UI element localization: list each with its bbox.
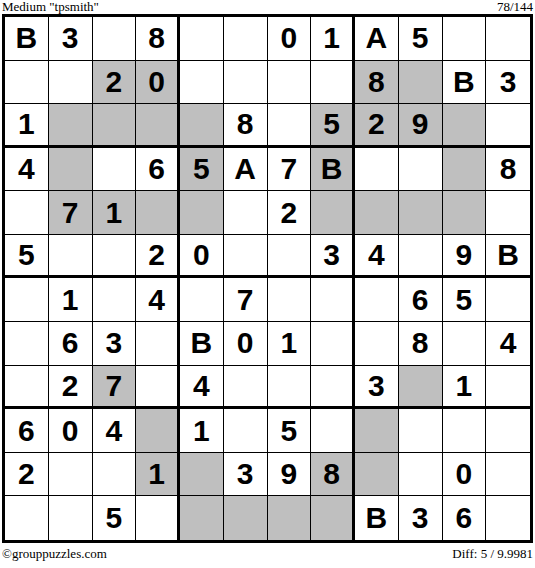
cell-r1c4: 8: [136, 17, 180, 61]
cell-r1c5[interactable]: [180, 17, 224, 61]
cell-r11c3[interactable]: [93, 453, 137, 497]
cell-r2c7[interactable]: [268, 61, 312, 105]
cell-r2c3: 2: [93, 61, 137, 105]
cell-r2c6[interactable]: [224, 61, 268, 105]
cell-r1c3[interactable]: [93, 17, 137, 61]
cell-r1c10: 5: [399, 17, 443, 61]
cell-r5c7: 2: [268, 191, 312, 235]
cell-r6c2[interactable]: [49, 235, 93, 279]
cell-r9c4[interactable]: [136, 366, 180, 410]
cell-r3c4[interactable]: [136, 104, 180, 148]
cell-r4c12: 8: [486, 148, 530, 192]
cell-r3c3[interactable]: [93, 104, 137, 148]
cell-r10c4[interactable]: [136, 409, 180, 453]
difficulty-text: Diff: 5 / 9.9981: [452, 546, 533, 561]
cell-r11c4: 1: [136, 453, 180, 497]
cell-r10c6[interactable]: [224, 409, 268, 453]
cell-r9c5: 4: [180, 366, 224, 410]
page-footer: ©grouppuzzles.com Diff: 5 / 9.9981: [2, 546, 533, 564]
cell-r5c10[interactable]: [399, 191, 443, 235]
cell-r4c6: A: [224, 148, 268, 192]
cell-r3c9: 2: [355, 104, 399, 148]
cell-r1c9: A: [355, 17, 399, 61]
cell-r5c12[interactable]: [486, 191, 530, 235]
cell-r7c3[interactable]: [93, 278, 137, 322]
cell-r4c10[interactable]: [399, 148, 443, 192]
copyright-text: ©grouppuzzles.com: [2, 546, 107, 561]
cell-r1c7: 0: [268, 17, 312, 61]
cell-r10c7: 5: [268, 409, 312, 453]
cell-r7c7[interactable]: [268, 278, 312, 322]
cell-r3c11[interactable]: [443, 104, 487, 148]
puzzle-title: Medium "tpsmith": [2, 0, 99, 13]
cell-r6c10[interactable]: [399, 235, 443, 279]
cell-r6c4: 2: [136, 235, 180, 279]
cell-r5c8[interactable]: [311, 191, 355, 235]
cell-r9c9: 3: [355, 366, 399, 410]
cell-r3c5[interactable]: [180, 104, 224, 148]
cell-r9c10[interactable]: [399, 366, 443, 410]
cell-r2c11: B: [443, 61, 487, 105]
cell-r11c9[interactable]: [355, 453, 399, 497]
cell-r11c6: 3: [224, 453, 268, 497]
cell-r9c7[interactable]: [268, 366, 312, 410]
cell-r3c10: 9: [399, 104, 443, 148]
cell-r7c6: 7: [224, 278, 268, 322]
cell-r10c1: 6: [5, 409, 49, 453]
cell-r1c1: B: [5, 17, 49, 61]
puzzle-grid: B3801A5208B318529465A7B8712520349B147656…: [5, 17, 530, 540]
cell-r8c1[interactable]: [5, 322, 49, 366]
cell-r5c9[interactable]: [355, 191, 399, 235]
cell-r7c4: 4: [136, 278, 180, 322]
cell-r3c12[interactable]: [486, 104, 530, 148]
cell-r1c8: 1: [311, 17, 355, 61]
cell-r2c2[interactable]: [49, 61, 93, 105]
page-header: Medium "tpsmith" 78/144: [2, 0, 533, 14]
cell-r6c1: 5: [5, 235, 49, 279]
cell-r3c1: 1: [5, 104, 49, 148]
cell-r9c1[interactable]: [5, 366, 49, 410]
cell-r8c9[interactable]: [355, 322, 399, 366]
cell-r1c6[interactable]: [224, 17, 268, 61]
cell-r1c12[interactable]: [486, 17, 530, 61]
cell-r7c8[interactable]: [311, 278, 355, 322]
cell-r7c10: 6: [399, 278, 443, 322]
cell-r8c12: 4: [486, 322, 530, 366]
cell-r12c6[interactable]: [224, 496, 268, 540]
cell-r12c3: 5: [93, 496, 137, 540]
cell-r8c11[interactable]: [443, 322, 487, 366]
cell-r10c11[interactable]: [443, 409, 487, 453]
cell-r10c9[interactable]: [355, 409, 399, 453]
cell-r11c12[interactable]: [486, 453, 530, 497]
cell-r6c5: 0: [180, 235, 224, 279]
cell-r7c12[interactable]: [486, 278, 530, 322]
cell-r9c12[interactable]: [486, 366, 530, 410]
cell-r8c5: B: [180, 322, 224, 366]
cell-r9c3: 7: [93, 366, 137, 410]
cell-r5c6[interactable]: [224, 191, 268, 235]
cell-r12c9: B: [355, 496, 399, 540]
cell-r8c2: 6: [49, 322, 93, 366]
cell-r4c2[interactable]: [49, 148, 93, 192]
cell-r11c2[interactable]: [49, 453, 93, 497]
cell-r10c2: 0: [49, 409, 93, 453]
cell-r7c1[interactable]: [5, 278, 49, 322]
cell-r11c10[interactable]: [399, 453, 443, 497]
cell-r4c8: B: [311, 148, 355, 192]
cell-r12c10: 3: [399, 496, 443, 540]
cell-r2c5[interactable]: [180, 61, 224, 105]
cell-r6c9: 4: [355, 235, 399, 279]
cell-r2c8[interactable]: [311, 61, 355, 105]
cell-r12c8[interactable]: [311, 496, 355, 540]
cell-r3c8: 5: [311, 104, 355, 148]
cell-r10c10[interactable]: [399, 409, 443, 453]
cell-r4c1: 4: [5, 148, 49, 192]
cell-r2c10[interactable]: [399, 61, 443, 105]
cell-r11c5[interactable]: [180, 453, 224, 497]
cell-r6c8: 3: [311, 235, 355, 279]
cell-r11c11: 0: [443, 453, 487, 497]
cell-r4c11[interactable]: [443, 148, 487, 192]
cell-r8c4[interactable]: [136, 322, 180, 366]
cell-r7c11: 5: [443, 278, 487, 322]
cell-r8c3: 3: [93, 322, 137, 366]
cell-r7c2: 1: [49, 278, 93, 322]
cell-r12c7[interactable]: [268, 496, 312, 540]
cell-r3c2[interactable]: [49, 104, 93, 148]
cell-r12c5[interactable]: [180, 496, 224, 540]
cell-r9c8[interactable]: [311, 366, 355, 410]
cell-r3c7[interactable]: [268, 104, 312, 148]
cell-r5c5[interactable]: [180, 191, 224, 235]
cell-r5c4[interactable]: [136, 191, 180, 235]
cell-r2c1[interactable]: [5, 61, 49, 105]
cell-r11c8: 8: [311, 453, 355, 497]
cell-r9c11: 1: [443, 366, 487, 410]
cell-r7c5[interactable]: [180, 278, 224, 322]
cell-r10c5: 1: [180, 409, 224, 453]
cell-r10c12[interactable]: [486, 409, 530, 453]
cell-r4c9[interactable]: [355, 148, 399, 192]
cell-r1c2: 3: [49, 17, 93, 61]
puzzle-board: B3801A5208B318529465A7B8712520349B147656…: [2, 14, 533, 543]
cell-r2c12: 3: [486, 61, 530, 105]
cell-r4c7: 7: [268, 148, 312, 192]
cell-r12c1[interactable]: [5, 496, 49, 540]
cell-r11c7: 9: [268, 453, 312, 497]
cell-r6c3[interactable]: [93, 235, 137, 279]
cell-r10c8[interactable]: [311, 409, 355, 453]
cell-r12c2[interactable]: [49, 496, 93, 540]
cell-r5c11[interactable]: [443, 191, 487, 235]
cell-r8c7: 1: [268, 322, 312, 366]
cell-r3c6: 8: [224, 104, 268, 148]
puzzle-page: Medium "tpsmith" 78/144 B3801A5208B31852…: [0, 0, 535, 568]
cell-r5c1[interactable]: [5, 191, 49, 235]
cell-r6c11: 9: [443, 235, 487, 279]
cell-r5c2: 7: [49, 191, 93, 235]
cell-r9c2: 2: [49, 366, 93, 410]
cell-r2c9: 8: [355, 61, 399, 105]
cell-r4c3[interactable]: [93, 148, 137, 192]
cell-r12c11: 6: [443, 496, 487, 540]
cell-r6c12: B: [486, 235, 530, 279]
cell-r11c1: 2: [5, 453, 49, 497]
cell-r8c8[interactable]: [311, 322, 355, 366]
cell-r6c7[interactable]: [268, 235, 312, 279]
cell-r4c4: 6: [136, 148, 180, 192]
cell-r4c5: 5: [180, 148, 224, 192]
cell-r2c4: 0: [136, 61, 180, 105]
cell-r5c3: 1: [93, 191, 137, 235]
cell-r12c4[interactable]: [136, 496, 180, 540]
cell-r6c6[interactable]: [224, 235, 268, 279]
cell-r12c12[interactable]: [486, 496, 530, 540]
remaining-counter: 78/144: [497, 0, 533, 13]
cell-r10c3: 4: [93, 409, 137, 453]
cell-r7c9[interactable]: [355, 278, 399, 322]
cell-r8c6: 0: [224, 322, 268, 366]
cell-r8c10: 8: [399, 322, 443, 366]
cell-r1c11[interactable]: [443, 17, 487, 61]
cell-r9c6[interactable]: [224, 366, 268, 410]
